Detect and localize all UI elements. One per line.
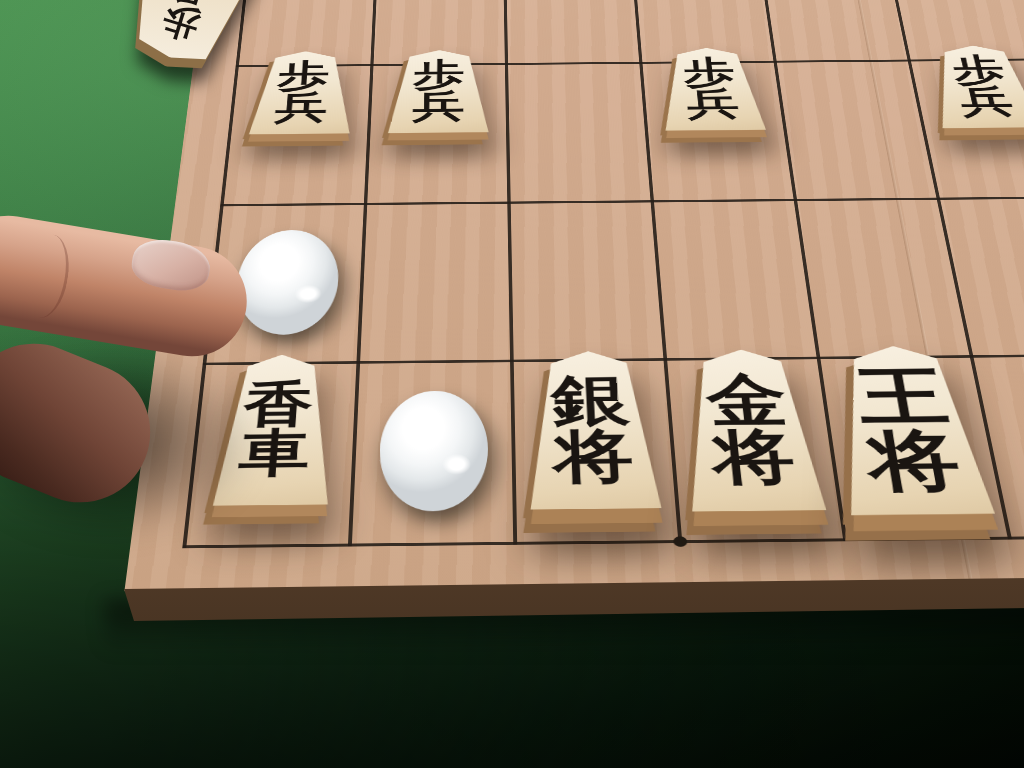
piece-kanji: 将 — [553, 427, 636, 485]
loose-piece-off-board[interactable]: 歩 兵 — [128, 0, 244, 60]
piece-kanji: 兵 — [957, 86, 1017, 118]
shogi-piece-pawn[interactable]: 歩兵 — [366, 64, 509, 204]
piece-kanji: 兵 — [274, 92, 329, 125]
piece-face: 歩兵 — [387, 50, 490, 134]
piece-kanji: 将 — [709, 427, 797, 486]
piece-face: 銀将 — [525, 351, 662, 510]
piece-kanji: 王 — [853, 365, 953, 428]
piece-kanji: 銀 — [551, 373, 632, 428]
shogi-piece-pawn[interactable]: 歩兵 — [641, 62, 796, 202]
index-finger — [0, 207, 255, 364]
piece-face: 歩兵 — [657, 47, 767, 130]
piece-kanji: 歩 — [277, 60, 331, 92]
shogi-piece-gold-general[interactable]: 金将 — [665, 358, 845, 542]
piece-kanji: 歩 — [950, 55, 1009, 86]
piece-kanji: 将 — [863, 427, 966, 493]
piece-kanji: 金 — [704, 372, 790, 428]
shogi-piece-king[interactable]: 王将 — [818, 356, 1009, 539]
go-stone-white[interactable] — [350, 361, 515, 545]
shogi-piece-pawn[interactable]: 歩兵 — [909, 59, 1024, 198]
piece-kanji: 兵 — [412, 90, 465, 123]
piece-face: 歩兵 — [248, 51, 355, 135]
hand — [0, 205, 300, 505]
piece-kanji: 兵 — [685, 88, 741, 120]
photo-scene: 歩兵歩兵歩兵歩兵香車銀将金将王将 歩 兵 — [0, 0, 1024, 768]
stone-face — [378, 390, 489, 511]
pieces-grid: 歩兵歩兵歩兵歩兵香車銀将金将王将 — [184, 0, 1024, 547]
piece-kanji: 歩 — [413, 59, 465, 91]
shogi-piece-silver-general[interactable]: 銀将 — [512, 359, 680, 543]
piece-face: 歩兵 — [924, 45, 1024, 128]
piece-face: 王将 — [825, 345, 997, 515]
piece-kanji: 歩 — [682, 57, 737, 88]
piece-face: 金将 — [677, 349, 828, 512]
shogi-piece-pawn[interactable]: 歩兵 — [222, 65, 372, 205]
